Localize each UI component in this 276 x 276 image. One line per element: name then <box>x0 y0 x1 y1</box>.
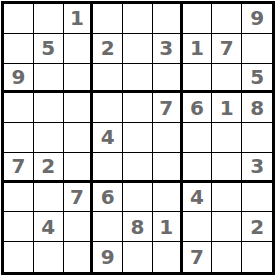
given-digit: 5 <box>41 38 55 58</box>
cell-r5c6[interactable] <box>153 123 183 153</box>
cell-r7c4[interactable]: 6 <box>93 183 123 213</box>
cell-r2c9[interactable] <box>242 34 272 64</box>
cell-r8c5[interactable]: 8 <box>123 212 153 242</box>
cell-r4c6[interactable]: 7 <box>153 93 183 123</box>
cell-r4c4[interactable] <box>93 93 123 123</box>
cell-r4c7[interactable]: 6 <box>183 93 213 123</box>
cell-r2c4[interactable]: 2 <box>93 34 123 64</box>
cell-r7c9[interactable] <box>242 183 272 213</box>
cell-r8c6[interactable]: 1 <box>153 212 183 242</box>
cell-r5c4[interactable]: 4 <box>93 123 123 153</box>
cell-r2c5[interactable] <box>123 34 153 64</box>
given-digit: 9 <box>250 8 264 28</box>
cell-r5c2[interactable] <box>34 123 64 153</box>
cell-r7c7[interactable]: 4 <box>183 183 213 213</box>
given-digit: 1 <box>159 217 173 237</box>
given-digit: 4 <box>41 217 55 237</box>
cell-r5c7[interactable] <box>183 123 213 153</box>
given-digit: 2 <box>41 156 55 176</box>
given-digit: 2 <box>101 38 115 58</box>
cell-r5c8[interactable] <box>212 123 242 153</box>
given-digit: 9 <box>11 67 25 87</box>
cell-r1c9[interactable]: 9 <box>242 4 272 34</box>
given-digit: 8 <box>250 98 264 118</box>
cell-r4c2[interactable] <box>34 93 64 123</box>
given-digit: 3 <box>159 38 173 58</box>
cell-r1c7[interactable] <box>183 4 213 34</box>
cell-r9c3[interactable] <box>64 242 94 272</box>
cell-r1c4[interactable] <box>93 4 123 34</box>
cell-r4c5[interactable] <box>123 93 153 123</box>
given-digit: 6 <box>190 98 204 118</box>
cell-r3c7[interactable] <box>183 64 213 94</box>
given-digit: 5 <box>250 67 264 87</box>
cell-r7c1[interactable] <box>4 183 34 213</box>
given-digit: 7 <box>11 156 25 176</box>
cell-r6c7[interactable] <box>183 153 213 183</box>
cell-r1c8[interactable] <box>212 4 242 34</box>
cell-r5c9[interactable] <box>242 123 272 153</box>
cell-r2c8[interactable]: 7 <box>212 34 242 64</box>
cell-r6c2[interactable]: 2 <box>34 153 64 183</box>
given-digit: 4 <box>101 127 115 147</box>
cell-r8c4[interactable] <box>93 212 123 242</box>
cell-r6c4[interactable] <box>93 153 123 183</box>
given-digit: 1 <box>220 98 234 118</box>
cell-r9c6[interactable] <box>153 242 183 272</box>
cell-r9c9[interactable] <box>242 242 272 272</box>
cell-r1c3[interactable]: 1 <box>64 4 94 34</box>
given-digit: 4 <box>190 187 204 207</box>
cell-r8c1[interactable] <box>4 212 34 242</box>
cell-r7c5[interactable] <box>123 183 153 213</box>
cell-r5c5[interactable] <box>123 123 153 153</box>
cell-r7c8[interactable] <box>212 183 242 213</box>
cell-r3c2[interactable] <box>34 64 64 94</box>
sudoku-board-wrap: 19523179576184723764481297 <box>0 0 276 276</box>
cell-r8c9[interactable]: 2 <box>242 212 272 242</box>
cell-r3c5[interactable] <box>123 64 153 94</box>
cell-r3c4[interactable] <box>93 64 123 94</box>
cell-r4c8[interactable]: 1 <box>212 93 242 123</box>
cell-r6c5[interactable] <box>123 153 153 183</box>
cell-r7c2[interactable] <box>34 183 64 213</box>
cell-r6c9[interactable]: 3 <box>242 153 272 183</box>
cell-r2c2[interactable]: 5 <box>34 34 64 64</box>
cell-r2c3[interactable] <box>64 34 94 64</box>
given-digit: 7 <box>220 38 234 58</box>
cell-r1c6[interactable] <box>153 4 183 34</box>
given-digit: 6 <box>101 187 115 207</box>
cell-r7c3[interactable]: 7 <box>64 183 94 213</box>
cell-r1c5[interactable] <box>123 4 153 34</box>
cell-r3c3[interactable] <box>64 64 94 94</box>
cell-r8c3[interactable] <box>64 212 94 242</box>
given-digit: 3 <box>250 156 264 176</box>
cell-r4c1[interactable] <box>4 93 34 123</box>
cell-r6c3[interactable] <box>64 153 94 183</box>
cell-r9c1[interactable] <box>4 242 34 272</box>
cell-r4c9[interactable]: 8 <box>242 93 272 123</box>
cell-r8c2[interactable]: 4 <box>34 212 64 242</box>
cell-r7c6[interactable] <box>153 183 183 213</box>
cell-r8c8[interactable] <box>212 212 242 242</box>
cell-r2c7[interactable]: 1 <box>183 34 213 64</box>
cell-r6c6[interactable] <box>153 153 183 183</box>
cell-r3c9[interactable]: 5 <box>242 64 272 94</box>
given-digit: 8 <box>131 217 145 237</box>
cell-r2c1[interactable] <box>4 34 34 64</box>
cell-r6c8[interactable] <box>212 153 242 183</box>
given-digit: 1 <box>190 38 204 58</box>
cell-r9c8[interactable] <box>212 242 242 272</box>
cell-r1c1[interactable] <box>4 4 34 34</box>
cell-r3c8[interactable] <box>212 64 242 94</box>
cell-r6c1[interactable]: 7 <box>4 153 34 183</box>
cell-r5c3[interactable] <box>64 123 94 153</box>
cell-r1c2[interactable] <box>34 4 64 34</box>
cell-r5c1[interactable] <box>4 123 34 153</box>
sudoku-board: 19523179576184723764481297 <box>1 1 275 275</box>
given-digit: 2 <box>250 217 264 237</box>
cell-r3c1[interactable]: 9 <box>4 64 34 94</box>
given-digit: 1 <box>70 8 84 28</box>
cell-r3c6[interactable] <box>153 64 183 94</box>
cell-r9c7[interactable]: 7 <box>183 242 213 272</box>
cell-r9c2[interactable] <box>34 242 64 272</box>
given-digit: 7 <box>190 247 204 267</box>
given-digit: 7 <box>159 98 173 118</box>
cell-r8c7[interactable] <box>183 212 213 242</box>
given-digit: 7 <box>70 187 84 207</box>
given-digit: 9 <box>101 247 115 267</box>
cell-r9c4[interactable]: 9 <box>93 242 123 272</box>
cell-r4c3[interactable] <box>64 93 94 123</box>
cell-r9c5[interactable] <box>123 242 153 272</box>
cell-r2c6[interactable]: 3 <box>153 34 183 64</box>
